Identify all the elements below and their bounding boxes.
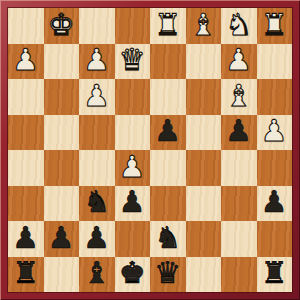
square-d1[interactable]: ♜ <box>150 8 186 44</box>
square-b5[interactable] <box>221 150 257 186</box>
white-pawn-f3[interactable]: ♟ <box>83 81 110 111</box>
black-pawn-h7[interactable]: ♟ <box>12 223 39 253</box>
square-b7[interactable] <box>221 221 257 257</box>
square-a6[interactable]: ♟ <box>257 186 293 222</box>
chess-board: ♚♜♝♞♜♟♟♛♟♟♝♟♟♟♟♞♟♟♟♟♟♞♜♝♚♛♜ <box>8 8 292 292</box>
square-d8[interactable]: ♛ <box>150 257 186 293</box>
square-b1[interactable]: ♞ <box>221 8 257 44</box>
white-pawn-b2[interactable]: ♟ <box>225 45 252 75</box>
square-g2[interactable] <box>44 44 80 80</box>
square-e4[interactable] <box>115 115 151 151</box>
black-bishop-f8[interactable]: ♝ <box>83 258 110 288</box>
square-d4[interactable]: ♟ <box>150 115 186 151</box>
white-pawn-e5[interactable]: ♟ <box>119 152 146 182</box>
square-c5[interactable] <box>186 150 222 186</box>
square-g3[interactable] <box>44 79 80 115</box>
white-pawn-h2[interactable]: ♟ <box>12 45 39 75</box>
square-h5[interactable] <box>8 150 44 186</box>
black-knight-d7[interactable]: ♞ <box>154 223 181 253</box>
square-d2[interactable] <box>150 44 186 80</box>
board-frame: ♚♜♝♞♜♟♟♛♟♟♝♟♟♟♟♞♟♟♟♟♟♞♜♝♚♛♜ <box>0 0 300 300</box>
square-a2[interactable] <box>257 44 293 80</box>
black-rook-h8[interactable]: ♜ <box>12 258 39 288</box>
black-pawn-g7[interactable]: ♟ <box>48 223 75 253</box>
white-bishop-b3[interactable]: ♝ <box>225 81 252 111</box>
white-bishop-c1[interactable]: ♝ <box>190 10 217 40</box>
square-f3[interactable]: ♟ <box>79 79 115 115</box>
square-e8[interactable]: ♚ <box>115 257 151 293</box>
square-h8[interactable]: ♜ <box>8 257 44 293</box>
square-d6[interactable] <box>150 186 186 222</box>
square-g6[interactable] <box>44 186 80 222</box>
square-h1[interactable] <box>8 8 44 44</box>
square-g8[interactable] <box>44 257 80 293</box>
white-queen-e2[interactable]: ♛ <box>119 45 146 75</box>
square-h2[interactable]: ♟ <box>8 44 44 80</box>
square-f6[interactable]: ♞ <box>79 186 115 222</box>
square-f1[interactable] <box>79 8 115 44</box>
square-d7[interactable]: ♞ <box>150 221 186 257</box>
square-c1[interactable]: ♝ <box>186 8 222 44</box>
square-f7[interactable]: ♟ <box>79 221 115 257</box>
black-pawn-d4[interactable]: ♟ <box>154 116 181 146</box>
black-queen-d8[interactable]: ♛ <box>154 258 181 288</box>
square-a4[interactable]: ♟ <box>257 115 293 151</box>
black-pawn-f7[interactable]: ♟ <box>83 223 110 253</box>
black-pawn-a6[interactable]: ♟ <box>261 187 288 217</box>
square-a7[interactable] <box>257 221 293 257</box>
square-b4[interactable]: ♟ <box>221 115 257 151</box>
white-knight-b1[interactable]: ♞ <box>225 10 252 40</box>
square-e2[interactable]: ♛ <box>115 44 151 80</box>
square-c6[interactable] <box>186 186 222 222</box>
square-g1[interactable]: ♚ <box>44 8 80 44</box>
square-f8[interactable]: ♝ <box>79 257 115 293</box>
white-rook-d1[interactable]: ♜ <box>154 10 181 40</box>
square-a1[interactable]: ♜ <box>257 8 293 44</box>
square-c4[interactable] <box>186 115 222 151</box>
square-h4[interactable] <box>8 115 44 151</box>
black-knight-f6[interactable]: ♞ <box>83 187 110 217</box>
square-c8[interactable] <box>186 257 222 293</box>
square-e3[interactable] <box>115 79 151 115</box>
square-b2[interactable]: ♟ <box>221 44 257 80</box>
white-pawn-a4[interactable]: ♟ <box>261 116 288 146</box>
square-a8[interactable]: ♜ <box>257 257 293 293</box>
black-pawn-b4[interactable]: ♟ <box>225 116 252 146</box>
white-king-g1[interactable]: ♚ <box>48 10 75 40</box>
square-b3[interactable]: ♝ <box>221 79 257 115</box>
square-d3[interactable] <box>150 79 186 115</box>
square-f2[interactable]: ♟ <box>79 44 115 80</box>
square-f5[interactable] <box>79 150 115 186</box>
square-e6[interactable]: ♟ <box>115 186 151 222</box>
square-c3[interactable] <box>186 79 222 115</box>
black-pawn-e6[interactable]: ♟ <box>119 187 146 217</box>
white-rook-a1[interactable]: ♜ <box>261 10 288 40</box>
square-b6[interactable] <box>221 186 257 222</box>
white-pawn-f2[interactable]: ♟ <box>83 45 110 75</box>
square-g4[interactable] <box>44 115 80 151</box>
square-h6[interactable] <box>8 186 44 222</box>
square-c2[interactable] <box>186 44 222 80</box>
square-a3[interactable] <box>257 79 293 115</box>
square-e1[interactable] <box>115 8 151 44</box>
square-b8[interactable] <box>221 257 257 293</box>
square-f4[interactable] <box>79 115 115 151</box>
square-e7[interactable] <box>115 221 151 257</box>
square-g5[interactable] <box>44 150 80 186</box>
square-c7[interactable] <box>186 221 222 257</box>
black-king-e8[interactable]: ♚ <box>119 258 146 288</box>
square-h3[interactable] <box>8 79 44 115</box>
square-a5[interactable] <box>257 150 293 186</box>
square-d5[interactable] <box>150 150 186 186</box>
square-e5[interactable]: ♟ <box>115 150 151 186</box>
square-h7[interactable]: ♟ <box>8 221 44 257</box>
black-rook-a8[interactable]: ♜ <box>261 258 288 288</box>
square-g7[interactable]: ♟ <box>44 221 80 257</box>
